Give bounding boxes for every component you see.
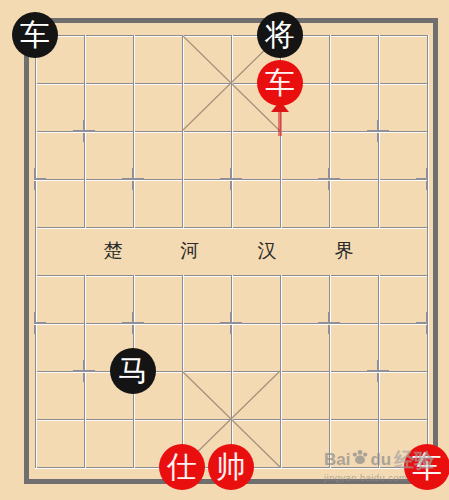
point-marker-f5r7	[220, 312, 242, 334]
watermark-brand-suffix: du	[370, 450, 391, 470]
point-marker-f3r7	[122, 312, 144, 334]
point-marker-f2r8	[73, 360, 95, 382]
baidu-watermark: Bai du 经验 jingyan.baidu.com	[324, 448, 434, 483]
piece-black-chariot-left[interactable]: 车	[12, 12, 58, 58]
move-arrow-tail	[278, 112, 282, 136]
xiangqi-diagram: 楚 河 汉 界 车将车马仕帅车 Bai du 经验 jingyan.baidu.…	[0, 0, 449, 500]
piece-red-advisor[interactable]: 仕	[159, 444, 205, 490]
piece-black-horse[interactable]: 马	[110, 348, 156, 394]
piece-red-chariot-top[interactable]: 车	[257, 60, 303, 106]
watermark-product: 经验	[394, 447, 434, 474]
point-marker-f5r4	[220, 168, 242, 190]
point-marker-f8r8	[367, 360, 389, 382]
point-marker-f3r4	[122, 168, 144, 190]
piece-red-general[interactable]: 帅	[208, 444, 254, 490]
watermark-brand-prefix: Bai	[324, 450, 350, 470]
watermark-url: jingyan.baidu.com	[324, 472, 434, 483]
point-marker-f7r7	[318, 312, 340, 334]
paw-icon	[351, 449, 369, 465]
palace-diagonals	[35, 35, 428, 468]
point-marker-f2r3	[73, 120, 95, 142]
piece-black-general[interactable]: 将	[257, 12, 303, 58]
point-marker-f8r3	[367, 120, 389, 142]
point-marker-f7r4	[318, 168, 340, 190]
